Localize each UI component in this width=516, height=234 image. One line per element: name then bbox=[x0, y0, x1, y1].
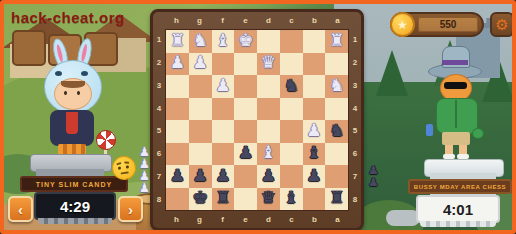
piece-bN: ♞ bbox=[284, 77, 299, 94]
square-d5[interactable] bbox=[257, 120, 280, 143]
square-a8[interactable]: ♜ bbox=[325, 188, 348, 211]
square-f1[interactable]: ♝ bbox=[212, 30, 235, 53]
coin-amount: 550 bbox=[418, 17, 478, 32]
piece-wP: ♟ bbox=[193, 54, 208, 71]
square-b2[interactable] bbox=[303, 53, 326, 76]
gear-icon: ⚙ bbox=[495, 17, 508, 32]
square-d8[interactable]: ♛ bbox=[257, 188, 280, 211]
square-e7[interactable] bbox=[234, 165, 257, 188]
piece-bP: ♟ bbox=[215, 167, 230, 184]
coordinate-label: b bbox=[303, 17, 326, 25]
square-a7[interactable] bbox=[325, 165, 348, 188]
square-e1[interactable]: ♚ bbox=[234, 30, 257, 53]
square-f8[interactable]: ♜ bbox=[212, 188, 235, 211]
piece-bP: ♟ bbox=[261, 167, 276, 184]
square-h1[interactable]: ♜ bbox=[166, 30, 189, 53]
left-player-nameplate: Tiny Slim Candy bbox=[20, 176, 128, 192]
coordinate-label: 2 bbox=[349, 59, 361, 67]
coordinate-label: 8 bbox=[153, 196, 165, 204]
prev-arrow-button[interactable]: ‹ bbox=[8, 196, 33, 222]
square-g6[interactable] bbox=[189, 143, 212, 166]
piece-bB: ♝ bbox=[306, 144, 321, 161]
coordinate-label: e bbox=[234, 216, 257, 224]
square-c8[interactable]: ♝ bbox=[280, 188, 303, 211]
settings-button[interactable]: ⚙ bbox=[490, 12, 514, 37]
avatar-glove bbox=[472, 128, 484, 139]
square-f4[interactable] bbox=[212, 98, 235, 121]
piece-bP: ♟ bbox=[238, 144, 253, 161]
square-g3[interactable] bbox=[189, 75, 212, 98]
watermark-text: hack-cheat.org bbox=[11, 9, 125, 26]
bottle-icon bbox=[426, 124, 433, 136]
left-player-clock: 4:29 bbox=[34, 192, 116, 220]
piece-bP: ♟ bbox=[170, 167, 185, 184]
piece-wN: ♞ bbox=[193, 32, 208, 49]
square-b8[interactable] bbox=[303, 188, 326, 211]
coordinate-label: c bbox=[280, 216, 303, 224]
square-g7[interactable]: ♟ bbox=[189, 165, 212, 188]
left-player-name: Tiny Slim Candy bbox=[36, 181, 112, 188]
coordinate-label: c bbox=[280, 17, 303, 25]
square-h2[interactable]: ♟ bbox=[166, 53, 189, 76]
coordinate-label: h bbox=[165, 216, 188, 224]
square-a6[interactable] bbox=[325, 143, 348, 166]
avatar-hoodie bbox=[436, 98, 478, 134]
square-d3[interactable] bbox=[257, 75, 280, 98]
piece-wR: ♜ bbox=[170, 32, 185, 49]
avatar-face bbox=[54, 78, 92, 110]
square-g4[interactable] bbox=[189, 98, 212, 121]
square-e2[interactable] bbox=[234, 53, 257, 76]
coordinate-label: 6 bbox=[153, 150, 165, 158]
square-f6[interactable] bbox=[212, 143, 235, 166]
captured-wP: ♟ bbox=[139, 182, 150, 194]
coordinate-label: 7 bbox=[349, 173, 361, 181]
square-c7[interactable] bbox=[280, 165, 303, 188]
piece-bP: ♟ bbox=[306, 167, 321, 184]
square-a3[interactable]: ♞ bbox=[325, 75, 348, 98]
square-a5[interactable]: ♞ bbox=[325, 120, 348, 143]
captured-bP: ♟ bbox=[368, 176, 379, 188]
piece-wB: ♝ bbox=[215, 32, 230, 49]
square-f5[interactable] bbox=[212, 120, 235, 143]
rank-labels-left: 12345678 bbox=[153, 29, 165, 211]
square-e3[interactable] bbox=[234, 75, 257, 98]
square-d4[interactable] bbox=[257, 98, 280, 121]
coordinate-label: e bbox=[234, 17, 257, 25]
piece-bB: ♝ bbox=[284, 189, 299, 206]
next-arrow-button[interactable]: › bbox=[118, 196, 143, 222]
coordinate-label: b bbox=[303, 216, 326, 224]
square-f2[interactable] bbox=[212, 53, 235, 76]
coordinate-label: 1 bbox=[153, 36, 165, 44]
avatar-shorts bbox=[442, 132, 470, 145]
right-player-name: Bussy Mday Area Chess bbox=[414, 184, 506, 190]
square-d2[interactable]: ♛ bbox=[257, 53, 280, 76]
piece-bR: ♜ bbox=[329, 189, 344, 206]
square-h4[interactable] bbox=[166, 98, 189, 121]
square-e4[interactable] bbox=[234, 98, 257, 121]
right-player-nameplate: Bussy Mday Area Chess bbox=[408, 179, 512, 194]
right-player-avatar[interactable] bbox=[414, 42, 514, 170]
square-b5[interactable]: ♟ bbox=[303, 120, 326, 143]
coordinate-label: 4 bbox=[153, 105, 165, 113]
square-h6[interactable] bbox=[166, 143, 189, 166]
square-h5[interactable] bbox=[166, 120, 189, 143]
square-g2[interactable]: ♟ bbox=[189, 53, 212, 76]
piece-wR: ♜ bbox=[329, 32, 344, 49]
fedora-band bbox=[442, 60, 468, 65]
square-a2[interactable] bbox=[325, 53, 348, 76]
square-c2[interactable] bbox=[280, 53, 303, 76]
file-labels-bottom: hgfedcba bbox=[165, 211, 349, 228]
background-rocks bbox=[386, 210, 420, 226]
square-g1[interactable]: ♞ bbox=[189, 30, 212, 53]
square-f3[interactable]: ♟ bbox=[212, 75, 235, 98]
coordinate-label: 1 bbox=[349, 36, 361, 44]
square-b6[interactable]: ♝ bbox=[303, 143, 326, 166]
square-d1[interactable] bbox=[257, 30, 280, 53]
square-f7[interactable]: ♟ bbox=[212, 165, 235, 188]
coordinate-label: 2 bbox=[153, 59, 165, 67]
captured-pieces-right-tray: ♟♟ bbox=[368, 164, 379, 188]
square-b7[interactable]: ♟ bbox=[303, 165, 326, 188]
sunglasses-icon bbox=[444, 82, 467, 89]
board-grid: ♜♞♝♚♜♟♟♛♟♞♞♟♞♟♝♝♟♟♟♟♟♚♜♛♝♜ bbox=[165, 29, 349, 211]
coordinate-label: g bbox=[188, 216, 211, 224]
piece-bQ: ♛ bbox=[261, 189, 276, 206]
square-c5[interactable] bbox=[280, 120, 303, 143]
coordinate-label: g bbox=[188, 17, 211, 25]
coordinate-label: d bbox=[257, 216, 280, 224]
coin-balance-bar[interactable]: ★ 550 bbox=[390, 12, 484, 37]
rank-labels-right: 12345678 bbox=[349, 29, 361, 211]
pine-tree bbox=[376, 50, 408, 96]
piece-wP: ♟ bbox=[170, 54, 185, 71]
file-labels-top: hgfedcba bbox=[165, 12, 349, 29]
square-a1[interactable]: ♜ bbox=[325, 30, 348, 53]
piece-wQ: ♛ bbox=[261, 54, 276, 71]
piece-wB: ♝ bbox=[261, 144, 276, 161]
coordinate-label: f bbox=[211, 17, 234, 25]
square-b4[interactable] bbox=[303, 98, 326, 121]
square-h3[interactable] bbox=[166, 75, 189, 98]
coordinate-label: f bbox=[211, 216, 234, 224]
square-b1[interactable] bbox=[303, 30, 326, 53]
square-e5[interactable] bbox=[234, 120, 257, 143]
square-b3[interactable] bbox=[303, 75, 326, 98]
square-a4[interactable] bbox=[325, 98, 348, 121]
coordinate-label: d bbox=[257, 17, 280, 25]
square-d6[interactable]: ♝ bbox=[257, 143, 280, 166]
piece-bK: ♚ bbox=[193, 189, 208, 206]
square-g5[interactable] bbox=[189, 120, 212, 143]
square-g8[interactable]: ♚ bbox=[189, 188, 212, 211]
square-c6[interactable] bbox=[280, 143, 303, 166]
square-c3[interactable]: ♞ bbox=[280, 75, 303, 98]
coordinate-label: a bbox=[326, 216, 349, 224]
square-d7[interactable]: ♟ bbox=[257, 165, 280, 188]
square-c1[interactable] bbox=[280, 30, 303, 53]
square-h7[interactable]: ♟ bbox=[166, 165, 189, 188]
left-player-avatar[interactable] bbox=[26, 38, 126, 172]
captured-pieces-left-tray: ♟♟♟♟ bbox=[139, 146, 150, 194]
coordinate-label: 3 bbox=[153, 82, 165, 90]
piece-bN: ♞ bbox=[329, 122, 344, 139]
square-e8[interactable] bbox=[234, 188, 257, 211]
coordinate-label: 7 bbox=[153, 173, 165, 181]
square-h8[interactable] bbox=[166, 188, 189, 211]
coordinate-label: 3 bbox=[349, 82, 361, 90]
piece-wN: ♞ bbox=[329, 77, 344, 94]
coordinate-label: h bbox=[165, 17, 188, 25]
piece-wP: ♟ bbox=[306, 122, 321, 139]
coordinate-label: 5 bbox=[349, 127, 361, 135]
square-e6[interactable]: ♟ bbox=[234, 143, 257, 166]
hoodie-zipper bbox=[455, 100, 457, 128]
piece-wP: ♟ bbox=[215, 77, 230, 94]
coordinate-label: 5 bbox=[153, 127, 165, 135]
right-player-clock: 4:01 bbox=[416, 195, 500, 223]
coordinate-label: a bbox=[326, 17, 349, 25]
chess-board: hgfedcba 12345678 ♜♞♝♚♜♟♟♛♟♞♞♟♞♟♝♝♟♟♟♟♟♚… bbox=[150, 9, 364, 231]
piece-wK: ♚ bbox=[238, 32, 253, 49]
lollipop-icon bbox=[96, 130, 116, 150]
avatar-shirt bbox=[66, 112, 78, 134]
game-screen: hack-cheat.org ★ 550 ⚙ bbox=[0, 0, 516, 234]
coordinate-label: 8 bbox=[349, 196, 361, 204]
square-c4[interactable] bbox=[280, 98, 303, 121]
coordinate-label: 4 bbox=[349, 105, 361, 113]
piece-bP: ♟ bbox=[193, 167, 208, 184]
coordinate-label: 6 bbox=[349, 150, 361, 158]
star-coin-icon: ★ bbox=[390, 12, 415, 37]
piece-bR: ♜ bbox=[215, 189, 230, 206]
